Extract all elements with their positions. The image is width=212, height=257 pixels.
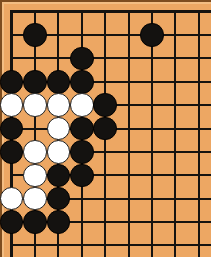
white-stone <box>23 187 47 211</box>
black-stone <box>23 70 47 94</box>
black-stone <box>93 117 117 141</box>
white-stone <box>47 117 71 141</box>
grid-line-horizontal-3 <box>10 57 211 59</box>
white-stone <box>70 93 94 117</box>
black-stone <box>0 70 23 94</box>
black-stone <box>70 70 94 94</box>
white-stone <box>47 140 71 164</box>
black-stone <box>23 210 47 234</box>
black-stone <box>47 70 71 94</box>
black-stone <box>140 23 164 47</box>
black-stone <box>70 164 94 188</box>
black-stone <box>0 140 23 164</box>
go-board <box>0 0 211 257</box>
black-stone <box>0 210 23 234</box>
white-stone <box>0 93 23 117</box>
grid-line-vertical-9 <box>198 10 200 257</box>
black-stone <box>93 93 117 117</box>
white-stone <box>23 140 47 164</box>
grid-line-horizontal-11 <box>10 244 211 246</box>
white-stone <box>23 93 47 117</box>
black-stone <box>70 140 94 164</box>
white-stone <box>47 93 71 117</box>
black-stone <box>47 164 71 188</box>
grid-line-vertical-6 <box>128 10 130 257</box>
black-stone <box>47 210 71 234</box>
grid-line-horizontal-1 <box>10 10 211 13</box>
white-stone <box>0 187 23 211</box>
black-stone <box>70 47 94 71</box>
black-stone <box>47 187 71 211</box>
black-stone <box>23 23 47 47</box>
black-stone <box>0 117 23 141</box>
black-stone <box>70 117 94 141</box>
board-frame-highlight-top <box>2 2 212 5</box>
white-stone <box>23 164 47 188</box>
grid-line-vertical-8 <box>174 10 176 257</box>
grid-line-vertical-7 <box>151 10 153 257</box>
